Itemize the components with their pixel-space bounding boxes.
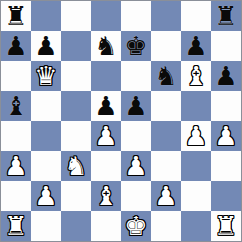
square-h6[interactable]: ♟ (211, 61, 241, 91)
square-d2[interactable]: ♝ (91, 181, 121, 211)
piece-black-bishop[interactable]: ♝ (4, 91, 27, 121)
square-d3[interactable] (91, 151, 121, 181)
piece-black-pawn[interactable]: ♟ (94, 91, 117, 121)
square-c4[interactable] (61, 121, 91, 151)
piece-black-rook[interactable]: ♜ (4, 1, 27, 31)
square-g1[interactable] (181, 211, 211, 241)
square-a1[interactable]: ♜ (1, 211, 31, 241)
piece-black-pawn[interactable]: ♟ (124, 91, 147, 121)
square-f1[interactable] (151, 211, 181, 241)
square-g4[interactable]: ♟ (181, 121, 211, 151)
piece-white-pawn[interactable]: ♟ (4, 151, 27, 181)
chess-board: ♜♜♟♟♞♚♟♛♞♝♟♝♟♟♟♟♟♟♞♟♟♝♟♜♚♜ (0, 0, 242, 242)
square-g3[interactable] (181, 151, 211, 181)
square-b3[interactable] (31, 151, 61, 181)
square-g6[interactable]: ♝ (181, 61, 211, 91)
square-f5[interactable] (151, 91, 181, 121)
square-f2[interactable]: ♟ (151, 181, 181, 211)
square-e5[interactable]: ♟ (121, 91, 151, 121)
piece-white-knight[interactable]: ♞ (64, 151, 87, 181)
square-c6[interactable] (61, 61, 91, 91)
square-e7[interactable]: ♚ (121, 31, 151, 61)
piece-white-pawn[interactable]: ♟ (124, 151, 147, 181)
square-b8[interactable] (31, 1, 61, 31)
square-e3[interactable]: ♟ (121, 151, 151, 181)
piece-white-rook[interactable]: ♜ (214, 211, 237, 241)
square-e8[interactable] (121, 1, 151, 31)
square-b4[interactable] (31, 121, 61, 151)
square-e6[interactable] (121, 61, 151, 91)
square-h2[interactable] (211, 181, 241, 211)
square-h1[interactable]: ♜ (211, 211, 241, 241)
square-g8[interactable] (181, 1, 211, 31)
square-b6[interactable]: ♛ (31, 61, 61, 91)
square-a7[interactable]: ♟ (1, 31, 31, 61)
piece-black-pawn[interactable]: ♟ (4, 31, 27, 61)
piece-black-knight[interactable]: ♞ (94, 31, 117, 61)
square-c1[interactable] (61, 211, 91, 241)
square-a5[interactable]: ♝ (1, 91, 31, 121)
square-f4[interactable] (151, 121, 181, 151)
chess-board-container: ♜♜♟♟♞♚♟♛♞♝♟♝♟♟♟♟♟♟♞♟♟♝♟♜♚♜ (0, 0, 242, 242)
piece-black-knight[interactable]: ♞ (154, 61, 177, 91)
square-h3[interactable] (211, 151, 241, 181)
square-e1[interactable]: ♚ (121, 211, 151, 241)
square-a2[interactable] (1, 181, 31, 211)
square-d6[interactable] (91, 61, 121, 91)
square-c2[interactable] (61, 181, 91, 211)
piece-white-pawn[interactable]: ♟ (94, 121, 117, 151)
piece-black-rook[interactable]: ♜ (214, 1, 237, 31)
square-g7[interactable]: ♟ (181, 31, 211, 61)
square-b1[interactable] (31, 211, 61, 241)
square-e4[interactable] (121, 121, 151, 151)
square-h5[interactable] (211, 91, 241, 121)
square-c5[interactable] (61, 91, 91, 121)
square-d4[interactable]: ♟ (91, 121, 121, 151)
piece-white-bishop[interactable]: ♝ (94, 181, 117, 211)
square-e2[interactable] (121, 181, 151, 211)
square-c7[interactable] (61, 31, 91, 61)
piece-black-pawn[interactable]: ♟ (184, 31, 207, 61)
square-a6[interactable] (1, 61, 31, 91)
square-b7[interactable]: ♟ (31, 31, 61, 61)
piece-white-bishop[interactable]: ♝ (184, 61, 207, 91)
square-g5[interactable] (181, 91, 211, 121)
piece-white-king[interactable]: ♚ (124, 211, 147, 241)
piece-white-pawn[interactable]: ♟ (154, 181, 177, 211)
square-f7[interactable] (151, 31, 181, 61)
square-a8[interactable]: ♜ (1, 1, 31, 31)
square-c3[interactable]: ♞ (61, 151, 91, 181)
piece-white-pawn[interactable]: ♟ (184, 121, 207, 151)
piece-white-rook[interactable]: ♜ (4, 211, 27, 241)
square-d8[interactable] (91, 1, 121, 31)
square-f3[interactable] (151, 151, 181, 181)
square-h8[interactable]: ♜ (211, 1, 241, 31)
square-g2[interactable] (181, 181, 211, 211)
square-d5[interactable]: ♟ (91, 91, 121, 121)
square-b5[interactable] (31, 91, 61, 121)
piece-white-pawn[interactable]: ♟ (214, 121, 237, 151)
piece-white-pawn[interactable]: ♟ (34, 181, 57, 211)
square-d1[interactable] (91, 211, 121, 241)
piece-black-king[interactable]: ♚ (124, 31, 147, 61)
piece-white-queen[interactable]: ♛ (34, 61, 57, 91)
piece-black-pawn[interactable]: ♟ (34, 31, 57, 61)
square-d7[interactable]: ♞ (91, 31, 121, 61)
square-f8[interactable] (151, 1, 181, 31)
square-h4[interactable]: ♟ (211, 121, 241, 151)
square-c8[interactable] (61, 1, 91, 31)
piece-black-pawn[interactable]: ♟ (214, 61, 237, 91)
square-a3[interactable]: ♟ (1, 151, 31, 181)
square-a4[interactable] (1, 121, 31, 151)
square-h7[interactable] (211, 31, 241, 61)
square-b2[interactable]: ♟ (31, 181, 61, 211)
square-f6[interactable]: ♞ (151, 61, 181, 91)
